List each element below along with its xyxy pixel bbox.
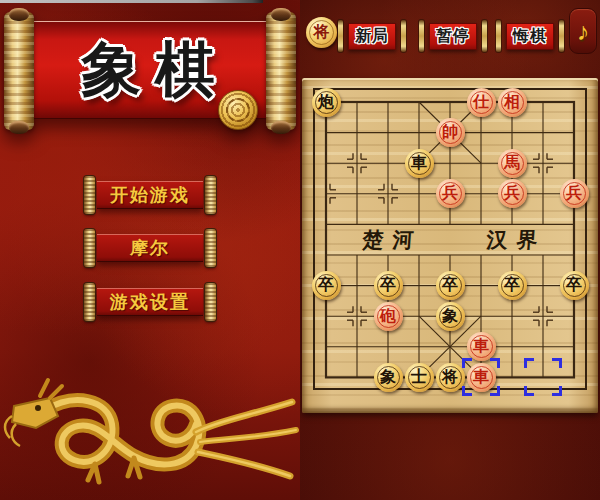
undo-move-button[interactable]: 悔棋 [496,16,564,56]
moer-mode-button[interactable]: 摩尔 [84,229,216,267]
scroll-roller-icon [84,229,95,267]
moer-mode-label: 摩尔 [97,234,203,262]
piece-black-炮[interactable]: 炮 [312,88,341,117]
piece-black-象[interactable]: 象 [374,363,403,392]
new-game-button[interactable]: 新局 [338,16,406,56]
scroll-roller-icon [205,176,216,214]
pause-label: 暂停 [429,23,477,50]
game-settings-button[interactable]: 游戏设置 [84,283,216,321]
piece-red-兵[interactable]: 兵 [498,179,527,208]
dragon-seal-icon [218,90,258,130]
turn-indicator-piece: 将 [306,17,337,48]
piece-black-象[interactable]: 象 [436,302,465,331]
game-panel: 将 新局 暂停 悔棋 ♪ 楚河 汉界 [300,0,600,500]
banner-roller-right-icon [266,12,296,130]
piece-black-将[interactable]: 将 [436,363,465,392]
piece-red-車[interactable]: 車 [467,332,496,361]
piece-red-車[interactable]: 車 [467,363,496,392]
undo-move-label: 悔棋 [506,23,554,50]
piece-black-車[interactable]: 車 [405,149,434,178]
piece-black-卒[interactable]: 卒 [560,271,589,300]
title-banner: 象棋 [4,12,296,130]
scroll-roller-icon [84,176,95,214]
piece-red-仕[interactable]: 仕 [467,88,496,117]
piece-black-卒[interactable]: 卒 [312,271,341,300]
scroll-roller-icon [205,229,216,267]
sound-toggle-button[interactable]: ♪ [569,8,597,54]
piece-red-相[interactable]: 相 [498,88,527,117]
pause-button[interactable]: 暂停 [419,16,487,56]
scroll-roller-icon [205,283,216,321]
xiangqi-board[interactable]: 楚河 汉界 炮仕相帥車馬兵兵兵卒卒卒卒卒砲象車象士将車 [302,78,598,413]
piece-black-卒[interactable]: 卒 [374,271,403,300]
dragon-art [0,372,300,500]
piece-red-帥[interactable]: 帥 [436,118,465,147]
main-menu-panel: 象棋 开始游戏 摩尔 游戏设置 [0,0,300,500]
scroll-roller-icon [496,20,501,52]
turn-indicator-label: 将 [314,22,330,43]
scroll-roller-icon [419,20,424,52]
start-game-button[interactable]: 开始游戏 [84,176,216,214]
scroll-roller-icon [338,20,343,52]
piece-red-兵[interactable]: 兵 [436,179,465,208]
piece-black-士[interactable]: 士 [405,363,434,392]
scroll-roller-icon [401,20,406,52]
piece-red-砲[interactable]: 砲 [374,302,403,331]
scroll-roller-icon [559,20,564,52]
scroll-roller-icon [482,20,487,52]
music-note-icon: ♪ [577,17,590,46]
top-edge-strip [0,0,263,3]
app: 象棋 开始游戏 摩尔 游戏设置 [0,0,600,500]
piece-red-兵[interactable]: 兵 [560,179,589,208]
banner-roller-left-icon [4,12,34,130]
river-label-right: 汉界 [465,226,559,254]
piece-red-馬[interactable]: 馬 [498,149,527,178]
toolbar: 将 新局 暂停 悔棋 ♪ [300,0,600,78]
scroll-roller-icon [84,283,95,321]
new-game-label: 新局 [348,23,396,50]
river-label-left: 楚河 [341,226,435,254]
piece-black-卒[interactable]: 卒 [498,271,527,300]
piece-black-卒[interactable]: 卒 [436,271,465,300]
game-settings-label: 游戏设置 [97,288,203,316]
start-game-label: 开始游戏 [97,181,203,209]
